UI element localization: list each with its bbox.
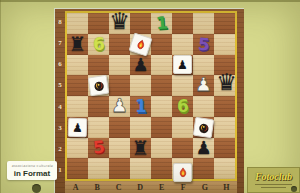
rank-label-7: 7 xyxy=(55,32,65,53)
pawn-icon: ♟ xyxy=(72,121,83,133)
pawn-card: ♟ xyxy=(173,55,192,74)
black-pawn-piece: ♟ xyxy=(195,139,211,157)
flame-icon xyxy=(177,167,189,179)
file-labels: ABCDEFGH xyxy=(65,181,237,193)
projected-screen-photo: { "game": "chess (teaching puzzle demo b… xyxy=(0,0,300,193)
rank-label-4: 4 xyxy=(55,96,65,117)
black-rook-piece: ♜ xyxy=(132,138,150,158)
black-queen-piece: ♛ xyxy=(216,71,237,94)
magnet-dot xyxy=(291,186,297,192)
flame-card xyxy=(129,32,153,56)
flame-card xyxy=(173,163,192,182)
flame-icon xyxy=(133,37,148,52)
bomb-icon xyxy=(197,120,211,134)
number-token-6: 6 xyxy=(177,98,188,115)
number-token-5: 5 xyxy=(197,35,210,53)
number-token-1: 1 xyxy=(135,98,146,115)
bomb-icon xyxy=(92,79,106,93)
board-play-area: ♛♜♟♟♛♟♜♟165♟16♟5 xyxy=(65,11,237,181)
pawn-icon: ♟ xyxy=(177,59,188,71)
screen-left-edge xyxy=(0,0,1,193)
rank-label-2: 2 xyxy=(55,139,65,160)
magnet-dot xyxy=(32,184,41,193)
fotoclub-subtext-line xyxy=(255,184,292,186)
number-token-1: 1 xyxy=(155,15,167,33)
file-label-d: D xyxy=(130,181,152,193)
black-rook-piece: ♜ xyxy=(69,34,87,54)
fotoclub-subtext-line xyxy=(261,187,287,189)
informat-logo-text: in Format xyxy=(14,169,50,178)
number-token-5: 5 xyxy=(92,139,104,157)
board-items-layer: ♛♜♟♟♛♟♜♟165♟16♟5 xyxy=(67,13,235,179)
rank-label-8: 8 xyxy=(55,11,65,32)
pawn-card: ♟ xyxy=(68,117,88,137)
file-label-g: G xyxy=(194,181,216,193)
white-pawn-piece: ♟ xyxy=(195,75,212,94)
white-pawn-piece: ♟ xyxy=(111,96,128,115)
number-token-6: 6 xyxy=(93,36,104,53)
rank-label-5: 5 xyxy=(55,75,65,96)
bomb-card xyxy=(88,75,109,96)
file-label-c: C xyxy=(108,181,130,193)
informat-watermark: associazione culturale in Format xyxy=(7,161,57,180)
informat-subtitle: associazione culturale xyxy=(11,163,52,167)
chess-board: 87654321 ♛♜♟♟♛♟♜♟165♟16♟5 ABCDEFGH xyxy=(54,8,244,193)
fotoclub-logo-text: Fotoclub xyxy=(255,172,292,182)
file-label-e: E xyxy=(151,181,173,193)
rank-label-6: 6 xyxy=(55,54,65,75)
rank-labels: 87654321 xyxy=(55,11,65,181)
black-queen-piece: ♛ xyxy=(109,10,130,33)
file-label-a: A xyxy=(65,181,87,193)
rank-label-3: 3 xyxy=(55,117,65,138)
screen-top-edge xyxy=(0,0,300,2)
bomb-card xyxy=(193,116,214,137)
file-label-h: H xyxy=(216,181,238,193)
black-pawn-piece: ♟ xyxy=(132,56,148,74)
file-label-b: B xyxy=(87,181,109,193)
